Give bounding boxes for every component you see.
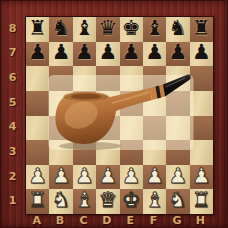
square-h1[interactable]: ♜	[190, 189, 213, 214]
rank-label-8: 8	[0, 16, 25, 41]
square-b6[interactable]	[49, 66, 72, 91]
square-c2[interactable]: ♟	[73, 165, 96, 190]
black-pawn-g7: ♟	[169, 42, 188, 63]
white-knight-g1: ♞	[169, 190, 188, 211]
file-label-c: C	[72, 213, 95, 228]
square-b4[interactable]	[49, 116, 72, 141]
square-d3[interactable]	[96, 140, 119, 165]
white-pawn-h2: ♟	[192, 166, 211, 187]
square-g4[interactable]	[166, 116, 189, 141]
white-pawn-b2: ♟	[52, 166, 71, 187]
white-knight-b1: ♞	[52, 190, 71, 211]
rank-labels: 87654321	[0, 16, 25, 213]
black-pawn-h7: ♟	[192, 42, 211, 63]
square-h2[interactable]: ♟	[190, 165, 213, 190]
square-b8[interactable]: ♞	[49, 17, 72, 42]
square-b5[interactable]	[49, 91, 72, 116]
black-pawn-f7: ♟	[145, 42, 164, 63]
file-label-h: H	[189, 213, 212, 228]
file-label-f: F	[142, 213, 165, 228]
rank-label-2: 2	[0, 164, 25, 189]
square-c6[interactable]	[73, 66, 96, 91]
square-f5[interactable]	[143, 91, 166, 116]
square-f1[interactable]: ♝	[143, 189, 166, 214]
square-d2[interactable]: ♟	[96, 165, 119, 190]
black-knight-b8: ♞	[52, 18, 71, 39]
chess-board: ♜♞♝♛♚♝♞♜♟♟♟♟♟♟♟♟♟♟♟♟♟♟♟♟♜♞♝♛♚♝♞♜	[25, 16, 214, 215]
file-label-e: E	[119, 213, 142, 228]
square-g5[interactable]	[166, 91, 189, 116]
square-b1[interactable]: ♞	[49, 189, 72, 214]
square-c3[interactable]	[73, 140, 96, 165]
square-c8[interactable]: ♝	[73, 17, 96, 42]
file-label-g: G	[165, 213, 188, 228]
rank-label-7: 7	[0, 41, 25, 66]
square-e2[interactable]: ♟	[120, 165, 143, 190]
white-pawn-g2: ♟	[169, 166, 188, 187]
square-g3[interactable]	[166, 140, 189, 165]
file-label-d: D	[95, 213, 118, 228]
square-d1[interactable]: ♛	[96, 189, 119, 214]
white-bishop-f1: ♝	[145, 190, 164, 211]
square-e5[interactable]	[120, 91, 143, 116]
rank-label-4: 4	[0, 115, 25, 140]
square-d4[interactable]	[96, 116, 119, 141]
file-labels: ABCDEFGH	[25, 213, 212, 228]
square-h6[interactable]	[190, 66, 213, 91]
white-pawn-c2: ♟	[75, 166, 94, 187]
rank-label-3: 3	[0, 139, 25, 164]
white-queen-d1: ♛	[98, 190, 117, 211]
black-pawn-b7: ♟	[52, 42, 71, 63]
square-c1[interactable]: ♝	[73, 189, 96, 214]
square-c4[interactable]	[73, 116, 96, 141]
square-a2[interactable]: ♟	[26, 165, 49, 190]
square-d7[interactable]: ♟	[96, 42, 119, 67]
rank-label-5: 5	[0, 90, 25, 115]
square-f3[interactable]	[143, 140, 166, 165]
square-g7[interactable]: ♟	[166, 42, 189, 67]
square-a7[interactable]: ♟	[26, 42, 49, 67]
square-f8[interactable]: ♝	[143, 17, 166, 42]
square-h3[interactable]	[190, 140, 213, 165]
square-b3[interactable]	[49, 140, 72, 165]
square-d5[interactable]	[96, 91, 119, 116]
white-pawn-a2: ♟	[28, 166, 47, 187]
square-h8[interactable]: ♜	[190, 17, 213, 42]
white-rook-h1: ♜	[192, 190, 211, 211]
square-a1[interactable]: ♜	[26, 189, 49, 214]
rank-label-6: 6	[0, 65, 25, 90]
square-h7[interactable]: ♟	[190, 42, 213, 67]
black-pawn-d7: ♟	[98, 42, 117, 63]
square-h5[interactable]	[190, 91, 213, 116]
square-d8[interactable]: ♛	[96, 17, 119, 42]
board-frame: ♜♞♝♛♚♝♞♜♟♟♟♟♟♟♟♟♟♟♟♟♟♟♟♟♜♞♝♛♚♝♞♜ 8765432…	[0, 0, 228, 228]
square-g8[interactable]: ♞	[166, 17, 189, 42]
square-b7[interactable]: ♟	[49, 42, 72, 67]
square-c7[interactable]: ♟	[73, 42, 96, 67]
file-label-b: B	[48, 213, 71, 228]
black-knight-g8: ♞	[169, 18, 188, 39]
white-rook-a1: ♜	[28, 190, 47, 211]
white-pawn-d2: ♟	[98, 166, 117, 187]
black-king-e8: ♚	[122, 18, 141, 39]
black-pawn-e7: ♟	[122, 42, 141, 63]
black-rook-a8: ♜	[28, 18, 47, 39]
file-label-a: A	[25, 213, 48, 228]
square-d6[interactable]	[96, 66, 119, 91]
square-e1[interactable]: ♚	[120, 189, 143, 214]
square-f4[interactable]	[143, 116, 166, 141]
square-f7[interactable]: ♟	[143, 42, 166, 67]
square-e3[interactable]	[120, 140, 143, 165]
white-pawn-f2: ♟	[145, 166, 164, 187]
square-e4[interactable]	[120, 116, 143, 141]
square-e7[interactable]: ♟	[120, 42, 143, 67]
square-e8[interactable]: ♚	[120, 17, 143, 42]
square-h4[interactable]	[190, 116, 213, 141]
square-b2[interactable]: ♟	[49, 165, 72, 190]
black-rook-h8: ♜	[192, 18, 211, 39]
square-a4[interactable]	[26, 116, 49, 141]
white-king-e1: ♚	[122, 190, 141, 211]
square-g1[interactable]: ♞	[166, 189, 189, 214]
black-bishop-f8: ♝	[145, 18, 164, 39]
black-bishop-c8: ♝	[75, 18, 94, 39]
square-f6[interactable]	[143, 66, 166, 91]
square-a6[interactable]	[26, 66, 49, 91]
black-pawn-c7: ♟	[75, 42, 94, 63]
square-a3[interactable]	[26, 140, 49, 165]
square-e6[interactable]	[120, 66, 143, 91]
square-a8[interactable]: ♜	[26, 17, 49, 42]
white-pawn-e2: ♟	[122, 166, 141, 187]
black-pawn-a7: ♟	[28, 42, 47, 63]
white-bishop-c1: ♝	[75, 190, 94, 211]
square-f2[interactable]: ♟	[143, 165, 166, 190]
square-g2[interactable]: ♟	[166, 165, 189, 190]
square-c5[interactable]	[73, 91, 96, 116]
rank-label-1: 1	[0, 188, 25, 213]
square-g6[interactable]	[166, 66, 189, 91]
square-a5[interactable]	[26, 91, 49, 116]
black-queen-d8: ♛	[98, 18, 117, 39]
